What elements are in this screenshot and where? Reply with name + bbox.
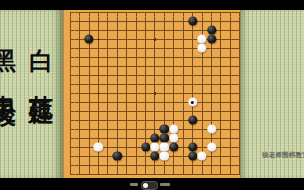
board-cell	[113, 80, 122, 89]
board-cell	[75, 152, 84, 161]
board-cell	[84, 53, 93, 62]
black-stone	[188, 152, 197, 161]
board-cell	[179, 152, 188, 161]
board-cell	[197, 107, 206, 116]
board-cell	[84, 35, 93, 44]
board-cell	[197, 152, 206, 161]
board-cell	[75, 53, 84, 62]
board-cell	[131, 26, 140, 35]
board-cell	[122, 80, 131, 89]
board-cell	[197, 17, 206, 26]
white-stone	[197, 35, 206, 44]
board-cell	[94, 44, 103, 53]
board-cell	[179, 116, 188, 125]
board-cell	[226, 80, 235, 89]
board-cell	[113, 35, 122, 44]
board-cell	[150, 80, 159, 89]
board-cell	[169, 107, 178, 116]
board-cell	[75, 161, 84, 170]
board-cell	[216, 44, 225, 53]
board-cell	[122, 170, 131, 179]
board-cell	[75, 125, 84, 134]
board-cell	[122, 35, 131, 44]
board-cell	[84, 71, 93, 80]
board-cell	[169, 125, 178, 134]
board-cell	[103, 62, 112, 71]
board-cell	[94, 152, 103, 161]
board-cell	[150, 44, 159, 53]
board-cell	[113, 98, 122, 107]
board-cell	[84, 26, 93, 35]
board-cell	[84, 107, 93, 116]
board-cell	[66, 116, 75, 125]
board-cell	[216, 62, 225, 71]
board-cell	[160, 17, 169, 26]
board-cell	[113, 89, 122, 98]
board-cell	[160, 134, 169, 143]
board-cell	[94, 80, 103, 89]
players-panel: 黑 申旻峻 白 范廷钰	[0, 10, 63, 178]
board-cell	[75, 170, 84, 179]
board-cell	[131, 170, 140, 179]
board-cell	[94, 26, 103, 35]
board-cell	[122, 17, 131, 26]
board-cell	[160, 62, 169, 71]
board-cell	[207, 143, 216, 152]
board-cell	[207, 62, 216, 71]
board-cell	[150, 62, 159, 71]
board-cell	[141, 125, 150, 134]
board-cell	[141, 26, 150, 35]
board-cell	[113, 152, 122, 161]
player-time-left	[130, 183, 138, 186]
board-cell	[207, 98, 216, 107]
board-cell	[216, 89, 225, 98]
board-cell	[169, 17, 178, 26]
board-cell	[94, 62, 103, 71]
board-cell	[179, 26, 188, 35]
board-cell	[160, 53, 169, 62]
black-stone	[188, 143, 197, 152]
board-cell	[226, 143, 235, 152]
board-cell	[75, 107, 84, 116]
board-cell	[207, 71, 216, 80]
board-cell	[150, 98, 159, 107]
board-cell	[226, 161, 235, 170]
board-cell	[94, 134, 103, 143]
board-cell	[207, 80, 216, 89]
board-cell	[179, 53, 188, 62]
board-cell	[131, 53, 140, 62]
board-cell	[216, 143, 225, 152]
white-stone	[207, 125, 216, 134]
board-cell	[66, 44, 75, 53]
board-cell	[75, 26, 84, 35]
board-cell	[197, 170, 206, 179]
board-cell	[75, 143, 84, 152]
black-stone	[150, 134, 159, 143]
white-player-column: 白 范廷钰	[28, 30, 54, 87]
board-cell	[122, 134, 131, 143]
board-cell	[141, 35, 150, 44]
board-cell	[113, 26, 122, 35]
board-cell	[113, 125, 122, 134]
board-cell	[216, 80, 225, 89]
board-cell	[188, 143, 197, 152]
black-stone	[207, 35, 216, 44]
board-cell	[197, 161, 206, 170]
board-cell	[169, 35, 178, 44]
board-cell	[75, 89, 84, 98]
board-cell	[66, 125, 75, 134]
board-cell	[75, 44, 84, 53]
board-cell	[141, 89, 150, 98]
board-cell	[216, 116, 225, 125]
board-cell	[169, 170, 178, 179]
board-cell	[160, 125, 169, 134]
board-cell	[216, 98, 225, 107]
board-cell	[169, 143, 178, 152]
white-color-label: 白	[27, 30, 55, 34]
board-cell	[169, 116, 178, 125]
board-cell	[141, 152, 150, 161]
board-cell	[197, 98, 206, 107]
board-cell	[75, 80, 84, 89]
board-cell	[160, 26, 169, 35]
board-cell	[226, 152, 235, 161]
board-cell	[122, 89, 131, 98]
board-cell	[94, 161, 103, 170]
board-cell	[179, 98, 188, 107]
board-cell	[226, 71, 235, 80]
board-cell	[94, 71, 103, 80]
board-cell	[122, 143, 131, 152]
board-cell	[160, 71, 169, 80]
board-cell	[197, 116, 206, 125]
board-cell	[122, 53, 131, 62]
board-cell	[226, 62, 235, 71]
board-cell	[226, 134, 235, 143]
black-stone	[207, 26, 216, 35]
board-cell	[179, 35, 188, 44]
board-cell	[103, 134, 112, 143]
board-cell	[226, 170, 235, 179]
board-cell	[103, 107, 112, 116]
board-cell	[207, 53, 216, 62]
board-cell	[160, 152, 169, 161]
board-cell	[84, 116, 93, 125]
board-cell	[131, 17, 140, 26]
board-cell	[226, 125, 235, 134]
board-cell	[150, 35, 159, 44]
board-cell	[216, 125, 225, 134]
board-cell	[131, 161, 140, 170]
board-cell	[188, 35, 197, 44]
black-player-column: 黑 申旻峻	[0, 30, 17, 87]
board-cell	[207, 17, 216, 26]
board-cell	[169, 26, 178, 35]
black-player-name: 申旻峻	[0, 75, 18, 87]
board-cell	[66, 161, 75, 170]
board-cell	[84, 152, 93, 161]
board-cell	[207, 152, 216, 161]
board-cell	[150, 125, 159, 134]
board-cell	[188, 44, 197, 53]
board-cell	[169, 134, 178, 143]
board-cell	[113, 161, 122, 170]
board-cell	[122, 98, 131, 107]
black-color-label: 黑	[0, 30, 18, 34]
board-cell	[150, 116, 159, 125]
board-cell	[84, 62, 93, 71]
board-cell	[131, 107, 140, 116]
white-stone	[169, 125, 178, 134]
black-stone	[150, 152, 159, 161]
board-cell	[113, 17, 122, 26]
board-cell	[197, 62, 206, 71]
board-cell	[122, 62, 131, 71]
board-cell	[94, 125, 103, 134]
board-cell	[84, 143, 93, 152]
white-stone	[188, 98, 197, 107]
board-cell	[141, 161, 150, 170]
board-cell	[216, 53, 225, 62]
board-cell	[207, 170, 216, 179]
board-cell	[94, 53, 103, 62]
board-cell	[169, 53, 178, 62]
player-time-right	[160, 183, 170, 186]
board-cell	[141, 71, 150, 80]
board-cell	[66, 53, 75, 62]
board-cell	[226, 44, 235, 53]
board-cell	[122, 116, 131, 125]
board-cell	[179, 89, 188, 98]
board-cell	[141, 53, 150, 62]
board-cell	[66, 71, 75, 80]
board-cell	[122, 161, 131, 170]
letterbox-top	[0, 0, 304, 10]
board-cell	[169, 152, 178, 161]
board-cell	[216, 170, 225, 179]
board-cell	[150, 161, 159, 170]
board-cell	[197, 134, 206, 143]
board-cell	[179, 71, 188, 80]
board-cell	[131, 98, 140, 107]
board-cell	[75, 17, 84, 26]
board-cell	[179, 125, 188, 134]
board-cell	[103, 35, 112, 44]
board-cell	[131, 71, 140, 80]
board-cell	[197, 71, 206, 80]
board-cell	[66, 143, 75, 152]
board-cell	[207, 107, 216, 116]
board-cell	[188, 53, 197, 62]
board-cell	[122, 71, 131, 80]
board-cell	[150, 17, 159, 26]
board-cell	[160, 116, 169, 125]
board-cell	[197, 35, 206, 44]
board-cell	[179, 134, 188, 143]
board-cell	[216, 26, 225, 35]
board-cell	[103, 89, 112, 98]
black-stone	[188, 116, 197, 125]
board-cell	[179, 143, 188, 152]
board-cell	[169, 98, 178, 107]
board-cell	[150, 107, 159, 116]
board-cell	[207, 35, 216, 44]
board-cell	[197, 125, 206, 134]
board-cell	[226, 17, 235, 26]
last-move-marker	[191, 101, 194, 104]
board-cell	[131, 80, 140, 89]
board-cell	[150, 71, 159, 80]
board-cell	[131, 134, 140, 143]
white-stone	[169, 134, 178, 143]
board-cell	[131, 62, 140, 71]
board-cell	[150, 26, 159, 35]
board-cell	[103, 26, 112, 35]
board-cell	[160, 98, 169, 107]
board-cell	[131, 152, 140, 161]
board-cell	[103, 17, 112, 26]
board-cell	[66, 80, 75, 89]
board-cell	[103, 71, 112, 80]
white-stone	[150, 143, 159, 152]
black-stone	[160, 125, 169, 134]
board-cell	[103, 116, 112, 125]
board-cell	[207, 89, 216, 98]
board-cell	[113, 71, 122, 80]
board-cell	[197, 44, 206, 53]
board-cell	[188, 116, 197, 125]
board-cell	[103, 161, 112, 170]
white-stone	[160, 143, 169, 152]
board-cell	[122, 152, 131, 161]
board-cell	[66, 98, 75, 107]
board-cell	[122, 44, 131, 53]
white-player-name: 范廷钰	[27, 75, 55, 87]
watermark-text: 徐老师围棋教室	[262, 151, 304, 160]
black-stone	[188, 17, 197, 26]
board-cell	[103, 152, 112, 161]
board-cell	[207, 161, 216, 170]
video-frame: 黑 申旻峻 白 范廷钰 徐老师围棋教室	[0, 0, 304, 190]
board-cell	[141, 80, 150, 89]
board-cell	[122, 125, 131, 134]
board-cell	[188, 98, 197, 107]
board-cell	[207, 125, 216, 134]
board-cell	[66, 62, 75, 71]
board-cell	[94, 143, 103, 152]
white-stone	[94, 143, 103, 152]
board-cell	[169, 44, 178, 53]
board-cell	[207, 134, 216, 143]
black-stone	[160, 134, 169, 143]
board-cell	[188, 134, 197, 143]
player-toggle[interactable]	[141, 181, 158, 190]
board-cell	[94, 116, 103, 125]
board-cell	[188, 71, 197, 80]
board-cell	[179, 170, 188, 179]
board-cell	[188, 107, 197, 116]
board-cell	[84, 125, 93, 134]
board-cell	[197, 26, 206, 35]
board-cell	[160, 89, 169, 98]
black-stone	[169, 143, 178, 152]
board-cell	[66, 170, 75, 179]
board-cell	[197, 80, 206, 89]
board-cell	[216, 152, 225, 161]
board-cell	[66, 152, 75, 161]
white-stone	[207, 143, 216, 152]
board-cell	[179, 161, 188, 170]
board-cell	[66, 107, 75, 116]
board-cell	[141, 134, 150, 143]
board-cell	[216, 35, 225, 44]
white-stone	[197, 152, 206, 161]
board-cell	[226, 107, 235, 116]
board-cell	[84, 98, 93, 107]
board-cell	[75, 62, 84, 71]
board-cell	[197, 89, 206, 98]
board-cell	[150, 134, 159, 143]
board-cell	[226, 26, 235, 35]
board-cell	[160, 161, 169, 170]
board-cell	[188, 80, 197, 89]
board-cell	[160, 143, 169, 152]
board-cell	[179, 62, 188, 71]
black-stone	[141, 143, 150, 152]
board-cell	[141, 116, 150, 125]
board-cell	[197, 53, 206, 62]
white-stone	[160, 152, 169, 161]
board-cell	[131, 35, 140, 44]
board-cell	[169, 89, 178, 98]
board-cell	[113, 107, 122, 116]
board-cell	[188, 62, 197, 71]
board-cell	[113, 143, 122, 152]
board-cell	[84, 80, 93, 89]
board-cell	[66, 26, 75, 35]
board-cell	[160, 35, 169, 44]
board-cell	[207, 44, 216, 53]
board-cell	[103, 170, 112, 179]
board-cell	[141, 44, 150, 53]
board-cell	[75, 134, 84, 143]
board-cell	[75, 98, 84, 107]
board-cell	[131, 44, 140, 53]
board-cell	[131, 89, 140, 98]
board-cell	[150, 89, 159, 98]
player-toggle-knob	[143, 183, 149, 189]
board-cell	[75, 71, 84, 80]
board-cell	[141, 62, 150, 71]
board-cell	[141, 98, 150, 107]
board-cell	[160, 44, 169, 53]
board-cell	[84, 161, 93, 170]
board-cell	[94, 98, 103, 107]
board-cell	[84, 89, 93, 98]
board-cell	[150, 143, 159, 152]
board-cell	[113, 116, 122, 125]
board-cell	[66, 17, 75, 26]
board-cell	[84, 170, 93, 179]
board-cell	[188, 152, 197, 161]
board-cell	[103, 53, 112, 62]
board-cell	[103, 143, 112, 152]
board-cell	[150, 170, 159, 179]
board-cell	[207, 26, 216, 35]
